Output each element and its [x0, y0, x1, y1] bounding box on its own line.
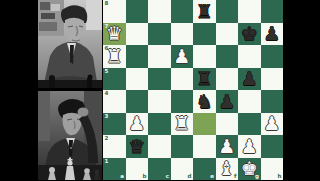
black-rook[interactable]: ♜	[193, 0, 216, 23]
file-label-b: b	[143, 174, 147, 180]
square-f2[interactable]: ♟	[216, 135, 239, 158]
square-d5[interactable]	[171, 68, 194, 91]
square-f4[interactable]: ♟	[216, 90, 239, 113]
white-pawn[interactable]: ♟	[238, 135, 261, 158]
rank-label-5: 5	[105, 69, 109, 75]
square-c8[interactable]	[148, 0, 171, 23]
square-d2[interactable]	[171, 135, 194, 158]
square-h6[interactable]	[261, 45, 284, 68]
square-h5[interactable]	[261, 68, 284, 91]
black-king[interactable]: ♚	[238, 23, 261, 46]
square-b5[interactable]	[126, 68, 149, 91]
square-b7[interactable]	[126, 23, 149, 46]
white-pawn[interactable]: ♟	[126, 113, 149, 136]
square-c7[interactable]	[148, 23, 171, 46]
chess-board: 8♜7♛♚♟6♜♟5♜♟4♞♟3♟♜♟2♛♟♟1abcdef♝g♚h	[103, 0, 283, 180]
square-g7[interactable]: ♚	[238, 23, 261, 46]
black-pawn[interactable]: ♟	[261, 23, 284, 46]
square-a2[interactable]: 2	[103, 135, 126, 158]
square-b4[interactable]	[126, 90, 149, 113]
square-e3[interactable]	[193, 113, 216, 136]
black-pawn[interactable]: ♟	[216, 90, 239, 113]
square-d7[interactable]	[171, 23, 194, 46]
file-label-a: a	[120, 174, 124, 180]
square-d8[interactable]	[171, 0, 194, 23]
square-b2[interactable]: ♛	[126, 135, 149, 158]
square-f1[interactable]: f♝	[216, 158, 239, 181]
square-g5[interactable]: ♟	[238, 68, 261, 91]
square-f3[interactable]	[216, 113, 239, 136]
square-h8[interactable]	[261, 0, 284, 23]
white-pawn[interactable]: ♟	[216, 135, 239, 158]
square-b1[interactable]: b	[126, 158, 149, 181]
square-f7[interactable]	[216, 23, 239, 46]
rank-label-4: 4	[105, 91, 109, 97]
square-h1[interactable]: h	[261, 158, 284, 181]
rank-label-3: 3	[105, 114, 109, 120]
square-e4[interactable]: ♞	[193, 90, 216, 113]
rank-label-1: 1	[105, 159, 109, 165]
black-knight[interactable]: ♞	[193, 90, 216, 113]
square-d4[interactable]	[171, 90, 194, 113]
square-a8[interactable]: 8	[103, 0, 126, 23]
square-g2[interactable]: ♟	[238, 135, 261, 158]
player-photo-bottom-image	[38, 91, 102, 180]
white-bishop[interactable]: ♝	[216, 158, 239, 181]
white-king[interactable]: ♚	[238, 158, 261, 181]
white-rook[interactable]: ♜	[171, 113, 194, 136]
player-photo-bottom	[38, 91, 102, 180]
square-d3[interactable]: ♜	[171, 113, 194, 136]
white-rook[interactable]: ♜	[103, 45, 126, 68]
white-pawn[interactable]: ♟	[171, 45, 194, 68]
square-a4[interactable]: 4	[103, 90, 126, 113]
square-d1[interactable]: d	[171, 158, 194, 181]
square-h4[interactable]	[261, 90, 284, 113]
square-c6[interactable]	[148, 45, 171, 68]
square-e7[interactable]	[193, 23, 216, 46]
square-c3[interactable]	[148, 113, 171, 136]
square-e2[interactable]	[193, 135, 216, 158]
scene: 8♜7♛♚♟6♜♟5♜♟4♞♟3♟♜♟2♛♟♟1abcdef♝g♚h	[0, 0, 320, 180]
square-g1[interactable]: g♚	[238, 158, 261, 181]
square-c4[interactable]	[148, 90, 171, 113]
square-h3[interactable]: ♟	[261, 113, 284, 136]
square-e1[interactable]: e	[193, 158, 216, 181]
black-rook[interactable]: ♜	[193, 68, 216, 91]
square-a1[interactable]: 1a	[103, 158, 126, 181]
square-a6[interactable]: 6♜	[103, 45, 126, 68]
square-e8[interactable]: ♜	[193, 0, 216, 23]
square-b8[interactable]	[126, 0, 149, 23]
rank-label-2: 2	[105, 136, 109, 142]
square-g6[interactable]	[238, 45, 261, 68]
square-a3[interactable]: 3	[103, 113, 126, 136]
file-label-d: d	[188, 174, 192, 180]
black-pawn[interactable]: ♟	[238, 68, 261, 91]
square-a5[interactable]: 5	[103, 68, 126, 91]
file-label-c: c	[166, 174, 169, 180]
player-photo-top-image	[38, 0, 102, 88]
square-e5[interactable]: ♜	[193, 68, 216, 91]
square-b6[interactable]	[126, 45, 149, 68]
square-c5[interactable]	[148, 68, 171, 91]
square-f8[interactable]	[216, 0, 239, 23]
square-g8[interactable]	[238, 0, 261, 23]
square-e6[interactable]	[193, 45, 216, 68]
black-queen[interactable]: ♛	[126, 135, 149, 158]
square-f5[interactable]	[216, 68, 239, 91]
rank-label-8: 8	[105, 1, 109, 7]
square-c1[interactable]: c	[148, 158, 171, 181]
square-g4[interactable]	[238, 90, 261, 113]
white-queen[interactable]: ♛	[103, 23, 126, 46]
square-d6[interactable]: ♟	[171, 45, 194, 68]
file-label-e: e	[210, 174, 214, 180]
square-g3[interactable]	[238, 113, 261, 136]
player-photo-top	[38, 0, 102, 88]
file-label-h: h	[278, 174, 282, 180]
white-pawn[interactable]: ♟	[261, 113, 284, 136]
square-f6[interactable]	[216, 45, 239, 68]
square-h7[interactable]: ♟	[261, 23, 284, 46]
square-b3[interactable]: ♟	[126, 113, 149, 136]
square-h2[interactable]	[261, 135, 284, 158]
square-c2[interactable]	[148, 135, 171, 158]
square-a7[interactable]: 7♛	[103, 23, 126, 46]
